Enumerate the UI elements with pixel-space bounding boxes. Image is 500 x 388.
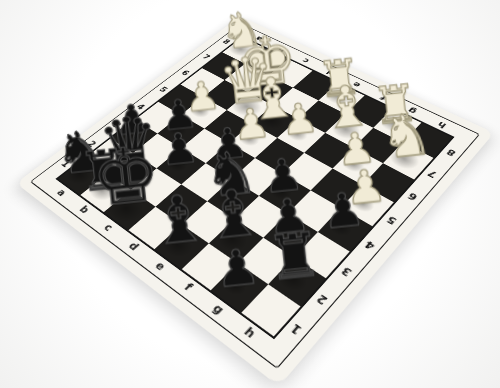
chess-set-product-photo[interactable]: ♞♜♜♚♝♞♛♝♟♟♟♟♟♟♟♟♟♟♟♞♟♛♝♜♞♜♚♝♟ aabbccddee… xyxy=(0,0,500,388)
chess-board-mat: ♞♜♜♚♝♞♛♝♟♟♟♟♟♟♟♟♟♟♟♞♟♛♝♜♞♜♚♝♟ aabbccddee… xyxy=(16,16,494,386)
perspective-scene: ♞♜♜♚♝♞♛♝♟♟♟♟♟♟♟♟♟♟♟♞♟♛♝♜♞♜♚♝♟ aabbccddee… xyxy=(0,0,500,388)
board-tilt-wrapper: ♞♜♜♚♝♞♛♝♟♟♟♟♟♟♟♟♟♟♟♞♟♛♝♜♞♜♚♝♟ aabbccddee… xyxy=(0,0,500,388)
